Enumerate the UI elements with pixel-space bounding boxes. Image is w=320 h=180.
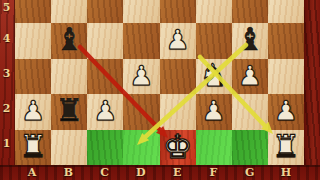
square-d2 — [123, 94, 159, 130]
square-f4 — [196, 23, 232, 59]
rank-label-5: 5 — [0, 1, 13, 14]
square-b3 — [51, 59, 87, 95]
piece-wN-f3: ♞ — [200, 60, 228, 91]
piece-bR-b2: ♜ — [55, 95, 83, 126]
file-label-A: A — [22, 166, 42, 179]
chess-board: ♝♟♝♟♞♟♟♜♟♟♟♜♚♜ — [14, 0, 304, 165]
square-b5 — [51, 0, 87, 23]
square-d5 — [123, 0, 159, 23]
square-c5 — [87, 0, 123, 23]
square-a2: ♟ — [15, 94, 51, 130]
square-c1 — [87, 130, 123, 166]
square-c4 — [87, 23, 123, 59]
piece-wP-g3: ♟ — [238, 62, 262, 89]
file-label-D: D — [131, 166, 151, 179]
piece-wP-e4: ♟ — [165, 26, 189, 53]
square-a3 — [15, 59, 51, 95]
file-label-B: B — [58, 166, 78, 179]
piece-wK-e1: ♚ — [163, 130, 193, 163]
square-a4 — [15, 23, 51, 59]
square-f5 — [196, 0, 232, 23]
piece-wP-f2: ♟ — [202, 97, 226, 124]
piece-wR-h1: ♜ — [272, 131, 300, 162]
square-e2 — [160, 94, 196, 130]
square-h3 — [268, 59, 304, 95]
square-b1 — [51, 130, 87, 166]
file-label-H: H — [276, 166, 296, 179]
piece-wP-a2: ♟ — [21, 97, 45, 124]
rank-label-3: 3 — [0, 67, 13, 80]
file-label-E: E — [167, 166, 187, 179]
piece-wP-h2: ♟ — [274, 97, 298, 124]
square-h2: ♟ — [268, 94, 304, 130]
rank-label-2: 2 — [0, 102, 13, 115]
square-f2: ♟ — [196, 94, 232, 130]
chess-thumbnail: ♝♟♝♟♞♟♟♜♟♟♟♜♚♜ 54321ABCDEFGH — [0, 0, 320, 180]
square-e1: ♚ — [160, 130, 196, 166]
square-b2: ♜ — [51, 94, 87, 130]
square-e3 — [160, 59, 196, 95]
square-f1 — [196, 130, 232, 166]
file-label-G: G — [240, 166, 260, 179]
piece-wP-d3: ♟ — [129, 62, 153, 89]
rank-label-1: 1 — [0, 137, 13, 150]
piece-bB-b4: ♝ — [55, 24, 83, 55]
board-right-border — [304, 0, 320, 165]
square-b4: ♝ — [51, 23, 87, 59]
file-label-C: C — [95, 166, 115, 179]
file-label-F: F — [203, 166, 223, 179]
square-e4: ♟ — [160, 23, 196, 59]
square-h5 — [268, 0, 304, 23]
square-a1: ♜ — [15, 130, 51, 166]
square-c3 — [87, 59, 123, 95]
square-d4 — [123, 23, 159, 59]
square-h4 — [268, 23, 304, 59]
square-c2: ♟ — [87, 94, 123, 130]
square-e5 — [160, 0, 196, 23]
square-a5 — [15, 0, 51, 23]
board-bottom-border — [0, 165, 320, 180]
piece-wR-a1: ♜ — [19, 131, 47, 162]
square-g3: ♟ — [232, 59, 268, 95]
piece-bB-g4: ♝ — [236, 24, 264, 55]
square-f3: ♞ — [196, 59, 232, 95]
square-d1 — [123, 130, 159, 166]
square-h1: ♜ — [268, 130, 304, 166]
square-g4: ♝ — [232, 23, 268, 59]
square-g5 — [232, 0, 268, 23]
square-d3: ♟ — [123, 59, 159, 95]
piece-wP-c2: ♟ — [93, 97, 117, 124]
rank-label-4: 4 — [0, 32, 13, 45]
square-g1 — [232, 130, 268, 166]
square-g2 — [232, 94, 268, 130]
